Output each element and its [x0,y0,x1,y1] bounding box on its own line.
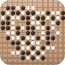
go-app-icon [0,0,65,65]
go-board [0,0,65,65]
